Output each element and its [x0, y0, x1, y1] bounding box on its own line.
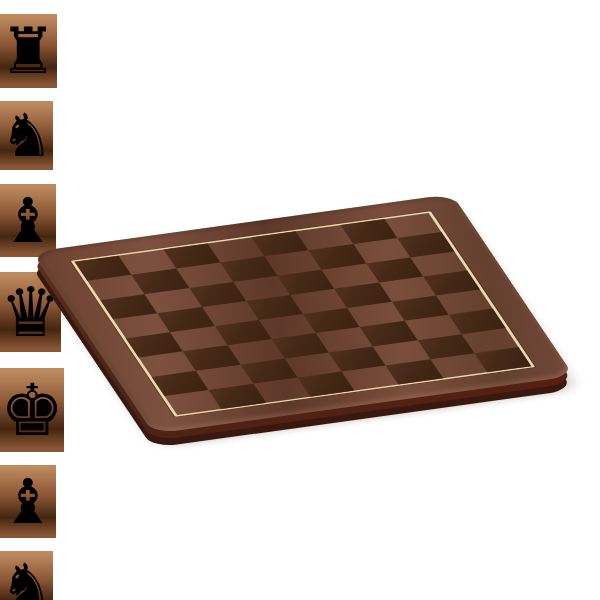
piece-ground-shadow: [0, 88, 50, 101]
piece-ground-shadow: [0, 452, 52, 466]
piece-copper-rook-a8: ♜: [0, 14, 57, 88]
piece-ground-shadow: [0, 0, 53, 14]
piece-ground-shadow: [0, 170, 52, 184]
piece-ground-shadow: [0, 538, 50, 551]
piece-ground-shadow: [0, 352, 60, 368]
chess-set-photo: ♜♞♝♛♚♝♞♜♟♟♟♟♟♟♟♟♟♟♟♟♟♟♟♟♜♞♝♛♚♝♞♜: [0, 0, 600, 600]
piece-copper-knight-b8: ♞: [0, 101, 53, 170]
piece-copper-king-e8: ♚: [0, 368, 64, 452]
piece-copper-bishop-c8: ♝: [0, 184, 56, 257]
piece-copper-knight-g8: ♞: [0, 551, 53, 600]
board-playing-field: [71, 211, 535, 417]
piece-copper-bishop-f8: ♝: [0, 465, 56, 538]
